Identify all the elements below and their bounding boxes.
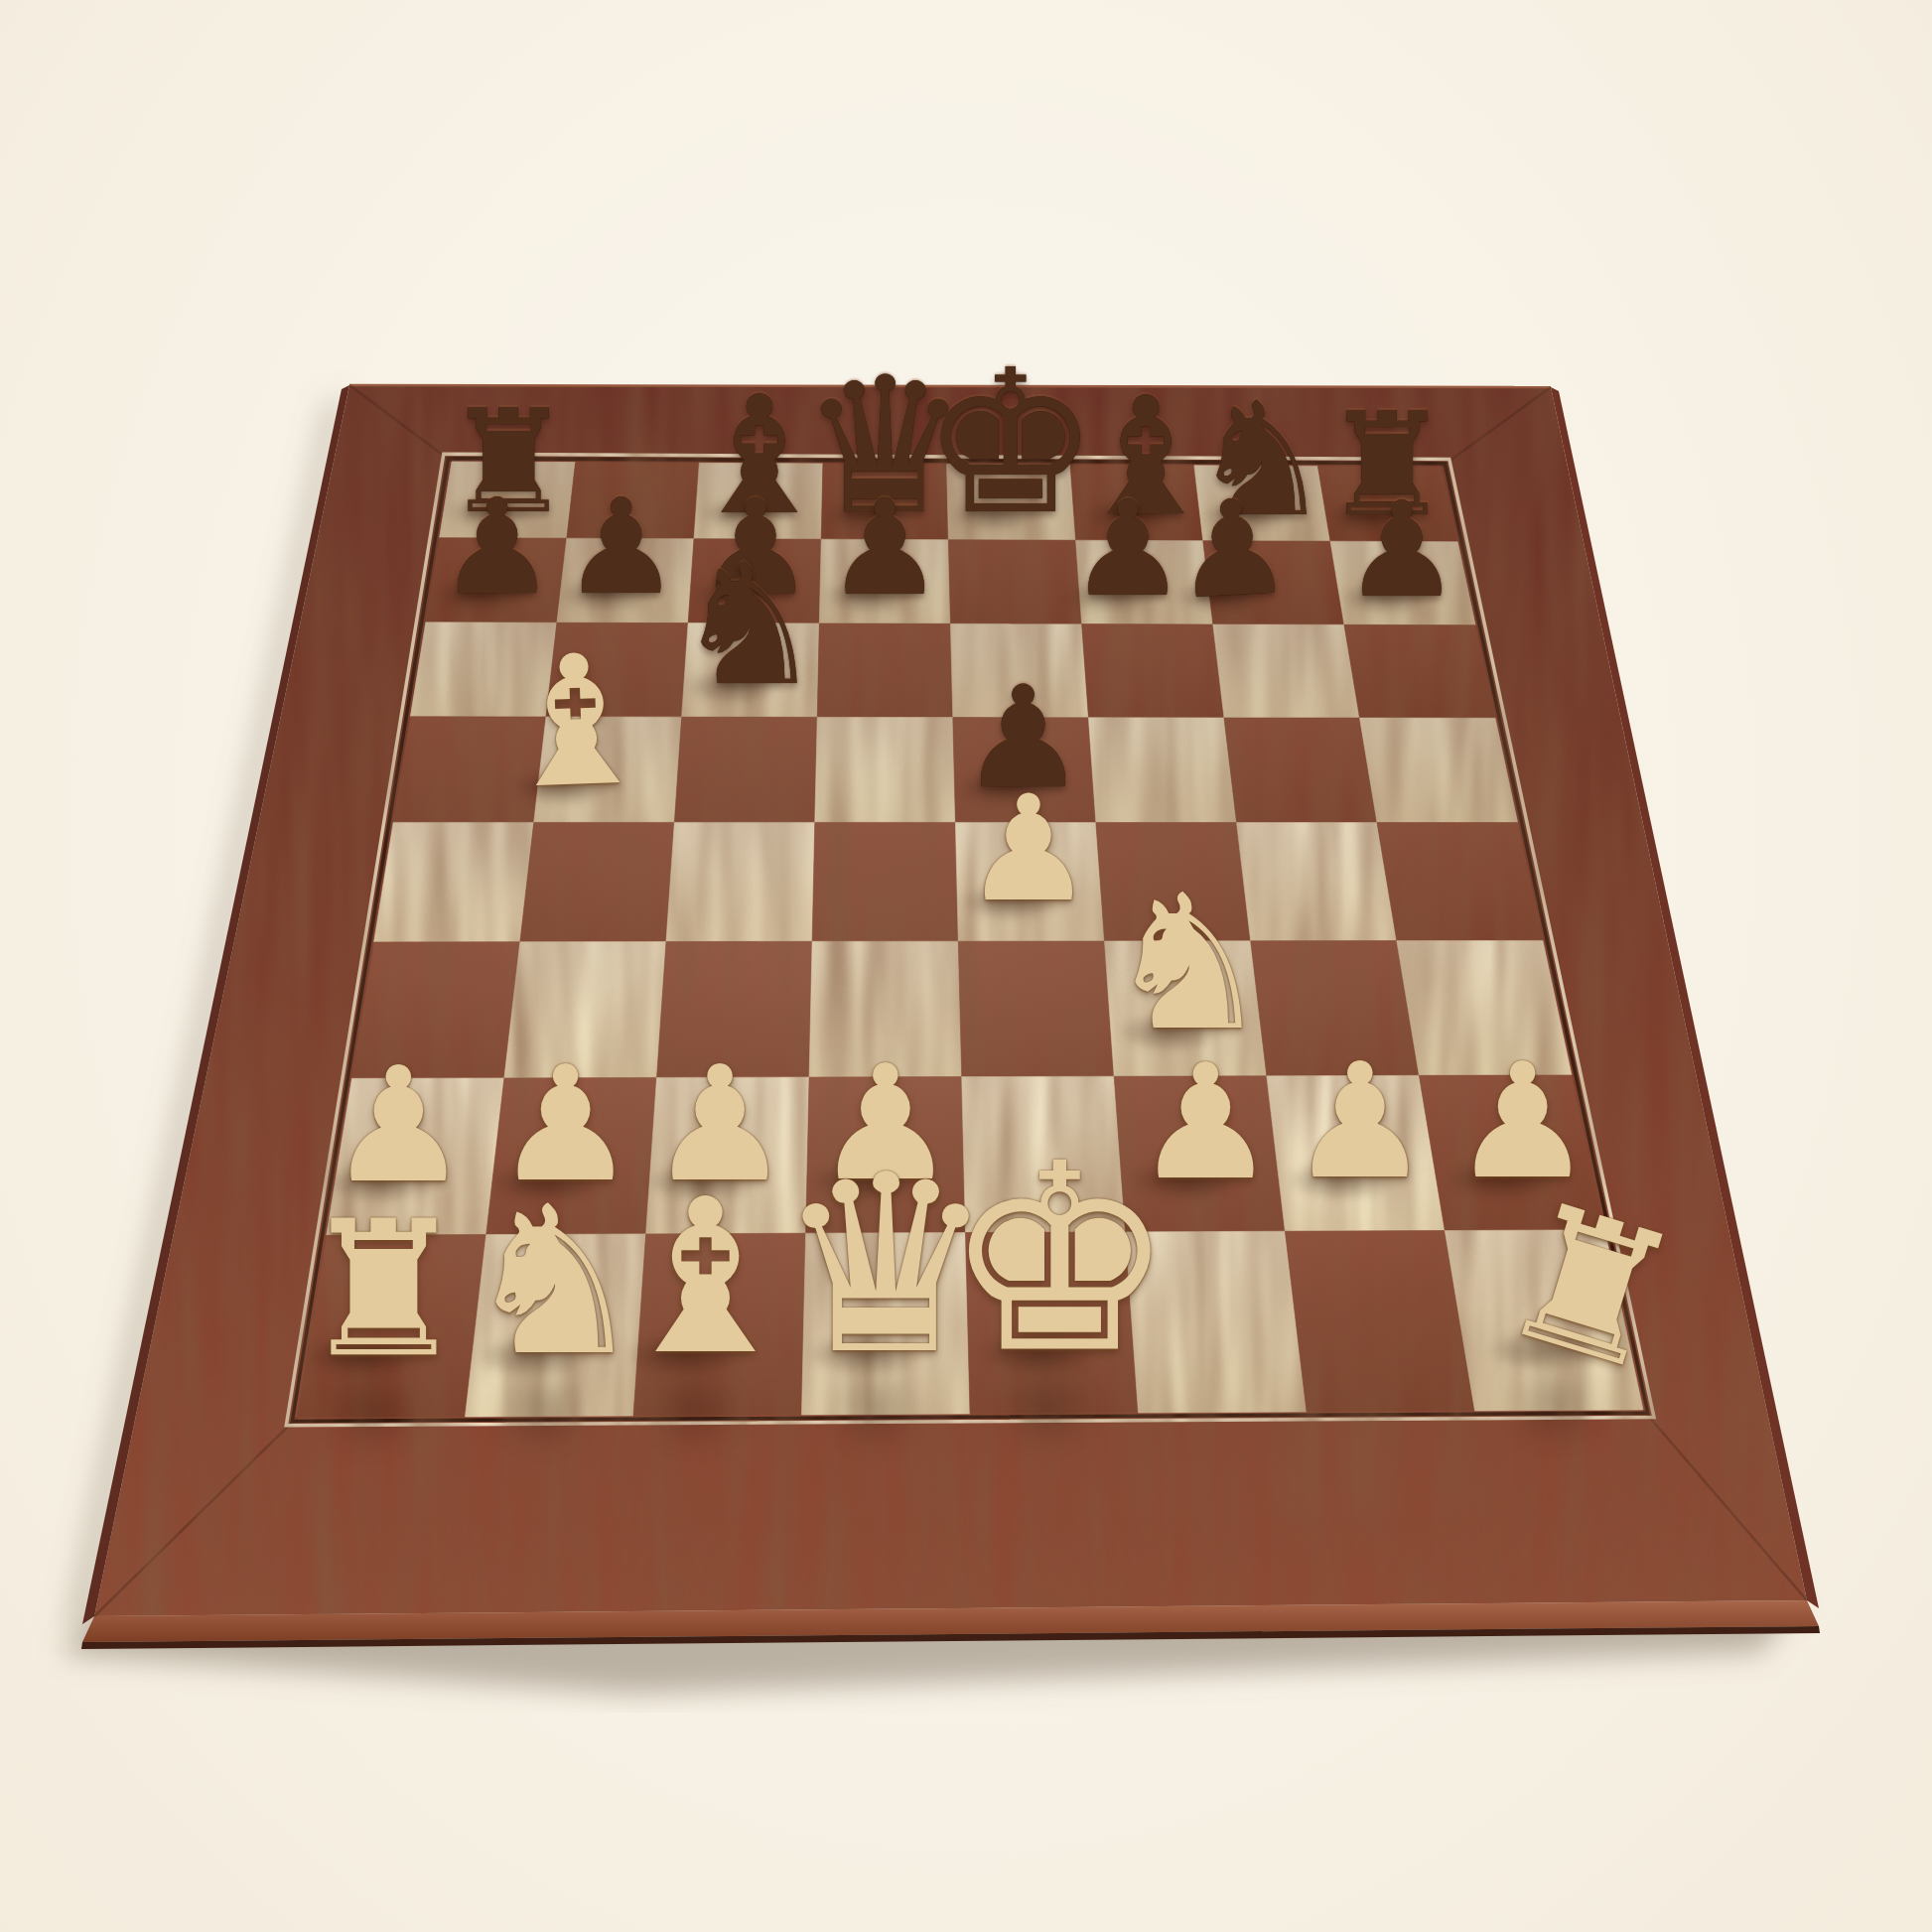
piece-black-pawn-g7[interactable]: ♟	[1171, 481, 1296, 619]
photo-canvas: ♜♝♛♚♝♞♜♟♟♟♟♟♟♟♞♟♝♟♞♟♟♟♟♟♟♟♜♞♝♛♚♜ Wooden …	[0, 0, 1932, 1932]
piece-white-pawn-g2[interactable]: ♟	[1289, 1042, 1432, 1201]
piece-black-pawn-a7[interactable]: ♟	[438, 482, 556, 614]
piece-white-rook-a1[interactable]: ♜	[300, 1196, 468, 1383]
piece-black-pawn-d7[interactable]: ♟	[826, 483, 944, 615]
piece-white-bishop-c1[interactable]: ♝	[610, 1172, 801, 1385]
chess-board	[0, 0, 1932, 1932]
piece-black-pawn-b7[interactable]: ♟	[562, 482, 680, 614]
piece-black-knight-c6[interactable]: ♞	[674, 543, 824, 710]
piece-white-bishop-b5[interactable]: ♝	[492, 630, 659, 815]
piece-black-pawn-f7[interactable]: ♟	[1069, 483, 1187, 616]
piece-white-king-e1[interactable]: ♚	[943, 1131, 1175, 1390]
piece-black-pawn-h7[interactable]: ♟	[1343, 484, 1461, 617]
piece-white-pawn-e4[interactable]: ♟	[963, 776, 1094, 922]
